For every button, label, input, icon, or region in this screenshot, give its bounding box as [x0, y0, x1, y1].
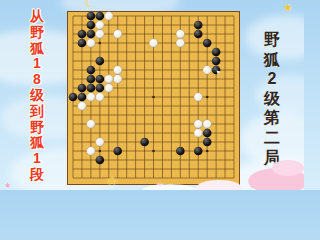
stone-black	[87, 84, 96, 93]
star-point	[152, 150, 155, 153]
stone-black	[96, 84, 105, 93]
stone-white	[113, 30, 122, 39]
white-cloud-decoration	[142, 184, 197, 190]
stone-black	[78, 84, 87, 93]
stone-black	[113, 147, 122, 156]
stone-black	[194, 30, 203, 39]
stone-black	[87, 75, 96, 84]
stone-black	[203, 39, 212, 48]
title-char: 1	[33, 151, 41, 167]
stone-black	[194, 147, 203, 156]
star-point	[152, 96, 155, 99]
stone-white	[78, 102, 87, 111]
stone-black	[140, 138, 149, 147]
stone-black	[69, 93, 78, 102]
stone-white	[194, 120, 203, 129]
title-char: 1	[33, 56, 41, 72]
stone-white	[87, 147, 96, 156]
stone-black	[203, 138, 212, 147]
stone-white	[176, 39, 185, 48]
stone-black	[78, 30, 87, 39]
crescent-moon-icon: ☾	[84, 0, 96, 8]
stone-white	[203, 120, 212, 129]
left-banner-text: 从野狐18级到野狐1段	[24, 9, 50, 183]
right-banner-text: 野狐2级第二局	[258, 30, 286, 167]
title-char: 野	[30, 25, 44, 41]
pink-cloud-decoration	[272, 160, 304, 176]
title-char: 2	[268, 69, 277, 89]
stone-black	[212, 48, 221, 57]
title-char: 从	[30, 9, 44, 25]
stone-white	[149, 39, 158, 48]
stone-black	[78, 93, 87, 102]
title-char: 野	[30, 120, 44, 136]
star-point	[206, 150, 209, 153]
stone-white	[96, 93, 105, 102]
stone-white	[96, 30, 105, 39]
go-board[interactable]	[67, 11, 240, 185]
title-char: 狐	[30, 41, 44, 57]
title-char: 级	[30, 88, 44, 104]
stone-white	[96, 138, 105, 147]
title-char: 狐	[264, 50, 280, 70]
stone-white	[194, 93, 203, 102]
stone-black	[96, 12, 105, 21]
title-char: 野	[264, 30, 280, 50]
stone-black	[87, 12, 96, 21]
stone-black	[203, 129, 212, 138]
stone-black	[78, 39, 87, 48]
stone-black	[194, 21, 203, 30]
stone-black	[96, 75, 105, 84]
title-char: 段	[30, 167, 44, 183]
white-cloud-decoration	[196, 180, 242, 190]
stone-white	[104, 12, 113, 21]
stone-white	[87, 93, 96, 102]
stone-white	[87, 39, 96, 48]
stone-white	[87, 120, 96, 129]
sparkle-icon: ★	[4, 180, 11, 190]
star-icon: ★	[106, 175, 118, 186]
stone-black	[212, 57, 221, 66]
stone-white	[96, 21, 105, 30]
star-point	[206, 96, 209, 99]
stone-black	[96, 57, 105, 66]
title-char: 8	[33, 72, 41, 88]
stone-black	[87, 21, 96, 30]
stone-white	[194, 129, 203, 138]
star-icon: ★	[283, 2, 293, 13]
stone-white	[104, 84, 113, 93]
stone-white	[104, 75, 113, 84]
go-board-svg[interactable]	[67, 11, 240, 185]
title-char: 到	[30, 104, 44, 120]
stone-black	[96, 156, 105, 165]
stone-black	[176, 147, 185, 156]
stone-white	[113, 66, 122, 75]
stone-white	[203, 66, 212, 75]
star-point	[99, 150, 102, 153]
title-char: 二	[264, 128, 280, 148]
title-char: 第	[264, 108, 280, 128]
stone-white	[113, 75, 122, 84]
stone-black	[87, 66, 96, 75]
title-char: 级	[264, 89, 280, 109]
stone-white	[176, 30, 185, 39]
star-point	[99, 42, 102, 45]
title-char: 狐	[30, 135, 44, 151]
stone-black	[87, 30, 96, 39]
